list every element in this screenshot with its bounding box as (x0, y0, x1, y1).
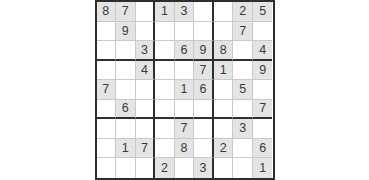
cell-r6c3[interactable] (136, 100, 156, 120)
cell-r1c2[interactable]: 7 (116, 2, 136, 22)
cell-r1c1[interactable]: 8 (97, 2, 117, 22)
cell-r7c6[interactable] (194, 119, 214, 139)
cell-r3c8[interactable] (233, 41, 253, 61)
cell-r2c1[interactable] (97, 22, 117, 42)
cell-r3c7[interactable]: 8 (214, 41, 234, 61)
cell-r1c4[interactable]: 1 (155, 2, 175, 22)
cell-r6c7[interactable] (214, 100, 234, 120)
cell-r4c5[interactable] (175, 61, 195, 81)
cell-r1c7[interactable] (214, 2, 234, 22)
cell-r8c2[interactable]: 1 (116, 139, 136, 159)
cell-r6c5[interactable] (175, 100, 195, 120)
cell-r4c4[interactable] (155, 61, 175, 81)
cell-r8c1[interactable] (97, 139, 117, 159)
cell-r6c9[interactable]: 7 (253, 100, 273, 120)
cell-r5c2[interactable] (116, 80, 136, 100)
cell-r2c7[interactable] (214, 22, 234, 42)
cell-r4c2[interactable] (116, 61, 136, 81)
cell-r5c6[interactable]: 6 (194, 80, 214, 100)
cell-r1c6[interactable] (194, 2, 214, 22)
cell-r8c3[interactable]: 7 (136, 139, 156, 159)
cell-r8c6[interactable] (194, 139, 214, 159)
cell-r1c3[interactable] (136, 2, 156, 22)
cell-r7c8[interactable]: 3 (233, 119, 253, 139)
cell-r6c4[interactable] (155, 100, 175, 120)
cell-r8c4[interactable] (155, 139, 175, 159)
cell-r6c8[interactable] (233, 100, 253, 120)
cell-r3c4[interactable] (155, 41, 175, 61)
cell-r1c8[interactable]: 2 (233, 2, 253, 22)
cell-r3c1[interactable] (97, 41, 117, 61)
cell-r1c9[interactable]: 5 (253, 2, 273, 22)
cell-r4c3[interactable]: 4 (136, 61, 156, 81)
cell-r7c5[interactable]: 7 (175, 119, 195, 139)
cell-r4c1[interactable] (97, 61, 117, 81)
cell-r9c3[interactable] (136, 158, 156, 178)
cell-r4c9[interactable]: 9 (253, 61, 273, 81)
cell-r3c9[interactable]: 4 (253, 41, 273, 61)
cell-r9c6[interactable]: 3 (194, 158, 214, 178)
cell-r9c4[interactable]: 2 (155, 158, 175, 178)
cell-r4c8[interactable] (233, 61, 253, 81)
cell-r4c7[interactable]: 1 (214, 61, 234, 81)
cell-r5c4[interactable] (155, 80, 175, 100)
sudoku-board: 871325973698447197165677317826231 (95, 0, 275, 180)
cell-r6c6[interactable] (194, 100, 214, 120)
cell-r2c5[interactable] (175, 22, 195, 42)
cell-r9c8[interactable] (233, 158, 253, 178)
cell-r7c4[interactable] (155, 119, 175, 139)
cell-r5c7[interactable] (214, 80, 234, 100)
cell-r3c3[interactable]: 3 (136, 41, 156, 61)
cell-r6c2[interactable]: 6 (116, 100, 136, 120)
page-background: 871325973698447197165677317826231 (0, 0, 369, 180)
cell-r9c7[interactable] (214, 158, 234, 178)
cell-r6c1[interactable] (97, 100, 117, 120)
cell-r1c5[interactable]: 3 (175, 2, 195, 22)
cell-r8c9[interactable]: 6 (253, 139, 273, 159)
cell-r5c1[interactable]: 7 (97, 80, 117, 100)
cell-r4c6[interactable]: 7 (194, 61, 214, 81)
cell-r3c2[interactable] (116, 41, 136, 61)
cell-r9c9[interactable]: 1 (253, 158, 273, 178)
cell-r5c3[interactable] (136, 80, 156, 100)
cell-r8c5[interactable]: 8 (175, 139, 195, 159)
cell-r8c7[interactable]: 2 (214, 139, 234, 159)
cell-r2c4[interactable] (155, 22, 175, 42)
cell-r2c6[interactable] (194, 22, 214, 42)
cell-r7c7[interactable] (214, 119, 234, 139)
cell-r5c8[interactable]: 5 (233, 80, 253, 100)
cell-r8c8[interactable] (233, 139, 253, 159)
cell-r7c3[interactable] (136, 119, 156, 139)
cell-r2c3[interactable] (136, 22, 156, 42)
cell-r9c1[interactable] (97, 158, 117, 178)
cell-r7c2[interactable] (116, 119, 136, 139)
cell-r5c5[interactable]: 1 (175, 80, 195, 100)
cell-r9c2[interactable] (116, 158, 136, 178)
cell-r9c5[interactable] (175, 158, 195, 178)
cell-r3c5[interactable]: 6 (175, 41, 195, 61)
cell-r7c1[interactable] (97, 119, 117, 139)
cell-r2c2[interactable]: 9 (116, 22, 136, 42)
cell-r7c9[interactable] (253, 119, 273, 139)
cell-r2c9[interactable] (253, 22, 273, 42)
cell-r3c6[interactable]: 9 (194, 41, 214, 61)
cell-r5c9[interactable] (253, 80, 273, 100)
cell-r2c8[interactable]: 7 (233, 22, 253, 42)
